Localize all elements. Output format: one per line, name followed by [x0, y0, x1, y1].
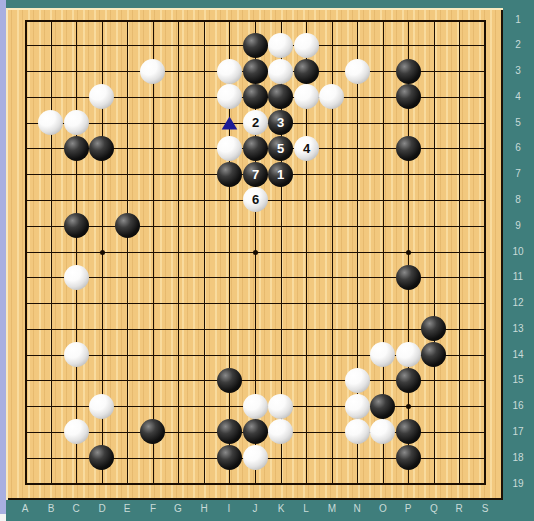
column-label: P	[398, 503, 418, 514]
star-point	[406, 250, 411, 255]
stone-black	[370, 394, 395, 419]
grid-line-horizontal	[25, 303, 486, 304]
stone-black	[396, 59, 421, 84]
stone-black	[268, 84, 293, 109]
stone-black	[243, 33, 268, 58]
stone-black	[396, 368, 421, 393]
stone-white	[345, 394, 370, 419]
stone-black	[89, 445, 114, 470]
stone-black	[294, 59, 319, 84]
stone-black	[217, 419, 242, 444]
stone-white	[140, 59, 165, 84]
column-label: R	[449, 503, 469, 514]
stone-black	[115, 213, 140, 238]
stone-white	[294, 33, 319, 58]
stone-white	[243, 394, 268, 419]
row-label: 13	[505, 323, 531, 334]
column-label: M	[322, 503, 342, 514]
column-label: E	[117, 503, 137, 514]
column-label: F	[143, 503, 163, 514]
stone-white	[294, 84, 319, 109]
column-label: B	[41, 503, 61, 514]
stone-white	[217, 84, 242, 109]
stone-black	[396, 265, 421, 290]
grid-line-vertical	[484, 20, 486, 485]
stone-white	[268, 33, 293, 58]
stone-black	[243, 136, 268, 161]
grid-line-vertical	[434, 20, 435, 485]
star-point	[253, 250, 258, 255]
row-label: 19	[505, 478, 531, 489]
row-label: 11	[505, 271, 531, 282]
stone-white	[89, 394, 114, 419]
stone-black	[396, 445, 421, 470]
stone-white	[243, 445, 268, 470]
column-label: C	[66, 503, 86, 514]
stone-white	[217, 59, 242, 84]
grid-line-horizontal	[25, 329, 486, 330]
row-label: 9	[505, 220, 531, 231]
grid-line-vertical	[459, 20, 460, 485]
stone-white	[370, 419, 395, 444]
column-label: A	[15, 503, 35, 514]
row-label: 4	[505, 91, 531, 102]
stone-black	[217, 368, 242, 393]
grid-line-horizontal	[25, 483, 486, 485]
column-label: Q	[424, 503, 444, 514]
move-number: 3	[277, 110, 284, 135]
stone-black	[64, 213, 89, 238]
stone-white: 2	[243, 110, 268, 135]
window-corner	[0, 514, 6, 521]
column-label: H	[194, 503, 214, 514]
row-label: 14	[505, 349, 531, 360]
stone-black	[140, 419, 165, 444]
stone-black	[243, 59, 268, 84]
column-label: L	[296, 503, 316, 514]
stone-white	[268, 394, 293, 419]
stone-black	[217, 162, 242, 187]
move-number: 1	[277, 162, 284, 187]
stone-white: 4	[294, 136, 319, 161]
row-label: 16	[505, 400, 531, 411]
column-label: S	[475, 503, 495, 514]
stone-black	[64, 136, 89, 161]
go-board[interactable]: 3571246	[6, 8, 503, 500]
stone-black: 1	[268, 162, 293, 187]
stone-black	[243, 84, 268, 109]
stone-black	[396, 84, 421, 109]
column-label: D	[92, 503, 112, 514]
stone-black: 7	[243, 162, 268, 187]
stone-black	[396, 136, 421, 161]
star-point	[406, 404, 411, 409]
move-number: 2	[252, 110, 259, 135]
row-label: 2	[505, 39, 531, 50]
row-label: 18	[505, 452, 531, 463]
stone-black	[217, 445, 242, 470]
stone-black	[396, 419, 421, 444]
row-label: 10	[505, 246, 531, 257]
stone-white	[64, 265, 89, 290]
stone-white	[64, 419, 89, 444]
stone-black	[89, 136, 114, 161]
column-label: J	[245, 503, 265, 514]
row-label: 15	[505, 374, 531, 385]
stone-black	[421, 342, 446, 367]
stone-white	[370, 342, 395, 367]
stone-white	[64, 110, 89, 135]
column-label: N	[347, 503, 367, 514]
stone-white	[268, 419, 293, 444]
move-number: 6	[252, 187, 259, 212]
column-label: I	[219, 503, 239, 514]
move-number: 7	[252, 162, 259, 187]
stone-white	[319, 84, 344, 109]
stone-black	[421, 316, 446, 341]
row-label: 8	[505, 194, 531, 205]
stone-black: 5	[268, 136, 293, 161]
stone-white: 6	[243, 187, 268, 212]
row-label: 5	[505, 117, 531, 128]
stone-white	[396, 342, 421, 367]
stone-white	[345, 59, 370, 84]
row-label: 12	[505, 297, 531, 308]
row-label: 1	[505, 14, 531, 25]
column-label: K	[271, 503, 291, 514]
stone-white	[268, 59, 293, 84]
go-board-window: 3571246 ABCDEFGHIJKLMNOPQRS1234567891011…	[0, 0, 534, 521]
stone-white	[89, 84, 114, 109]
row-label: 17	[505, 426, 531, 437]
move-number: 4	[303, 136, 310, 161]
stone-black: 3	[268, 110, 293, 135]
star-point	[100, 250, 105, 255]
column-label: O	[373, 503, 393, 514]
stone-white	[217, 136, 242, 161]
move-number: 5	[277, 136, 284, 161]
stone-white	[345, 368, 370, 393]
stone-black	[243, 419, 268, 444]
stone-white	[345, 419, 370, 444]
column-label: G	[168, 503, 188, 514]
row-label: 3	[505, 65, 531, 76]
row-label: 7	[505, 168, 531, 179]
stone-white	[38, 110, 63, 135]
stone-white	[64, 342, 89, 367]
row-label: 6	[505, 142, 531, 153]
